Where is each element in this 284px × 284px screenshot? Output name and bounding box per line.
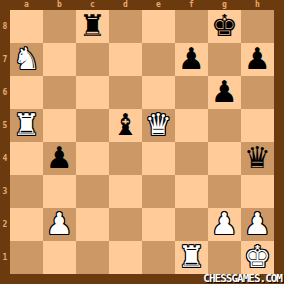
file-label-a: a bbox=[10, 0, 43, 10]
square-b4: ♟ bbox=[43, 142, 76, 175]
square-e5: ♛ bbox=[142, 109, 175, 142]
square-d5: ♝ bbox=[109, 109, 142, 142]
square-a7: ♞ bbox=[10, 43, 43, 76]
square-h6 bbox=[241, 76, 274, 109]
square-e4 bbox=[142, 142, 175, 175]
square-g4 bbox=[208, 142, 241, 175]
square-b2: ♟ bbox=[43, 208, 76, 241]
square-g7 bbox=[208, 43, 241, 76]
square-c8: ♜ bbox=[76, 10, 109, 43]
square-d3 bbox=[109, 175, 142, 208]
square-c6 bbox=[76, 76, 109, 109]
square-g6: ♟ bbox=[208, 76, 241, 109]
piece-white-pawn: ♟ bbox=[244, 207, 271, 240]
file-label-d: d bbox=[109, 0, 142, 10]
piece-black-pawn: ♟ bbox=[178, 42, 205, 75]
piece-white-rook: ♜ bbox=[178, 240, 205, 273]
file-label-e: e bbox=[142, 0, 175, 10]
square-b3 bbox=[43, 175, 76, 208]
square-c2 bbox=[76, 208, 109, 241]
square-h3 bbox=[241, 175, 274, 208]
square-f2 bbox=[175, 208, 208, 241]
rank-label-7: 7 bbox=[0, 43, 10, 76]
square-d4 bbox=[109, 142, 142, 175]
piece-white-knight: ♞ bbox=[13, 42, 40, 75]
square-a8 bbox=[10, 10, 43, 43]
square-b6 bbox=[43, 76, 76, 109]
chess-board: ♜♚♞♟♟♟♜♝♛♟♛♟♟♟♜♚ bbox=[10, 10, 274, 274]
square-e2 bbox=[142, 208, 175, 241]
square-h2: ♟ bbox=[241, 208, 274, 241]
square-a5: ♜ bbox=[10, 109, 43, 142]
square-b5 bbox=[43, 109, 76, 142]
square-c4 bbox=[76, 142, 109, 175]
rank-label-2: 2 bbox=[0, 208, 10, 241]
square-f4 bbox=[175, 142, 208, 175]
piece-black-pawn: ♟ bbox=[46, 141, 73, 174]
square-b7 bbox=[43, 43, 76, 76]
rank-label-8: 8 bbox=[0, 10, 10, 43]
square-f7: ♟ bbox=[175, 43, 208, 76]
square-e7 bbox=[142, 43, 175, 76]
rank-label-1: 1 bbox=[0, 241, 10, 274]
piece-black-queen: ♛ bbox=[244, 141, 271, 174]
chess-board-frame: abcdefgh 87654321 ♜♚♞♟♟♟♜♝♛♟♛♟♟♟♜♚ CHESS… bbox=[0, 0, 284, 284]
watermark: CHESSGAMES.COM bbox=[203, 273, 282, 284]
square-g2: ♟ bbox=[208, 208, 241, 241]
piece-white-king: ♚ bbox=[244, 240, 271, 273]
square-f5 bbox=[175, 109, 208, 142]
square-d7 bbox=[109, 43, 142, 76]
square-a1 bbox=[10, 241, 43, 274]
square-a3 bbox=[10, 175, 43, 208]
square-h4: ♛ bbox=[241, 142, 274, 175]
square-a6 bbox=[10, 76, 43, 109]
rank-label-3: 3 bbox=[0, 175, 10, 208]
square-h5 bbox=[241, 109, 274, 142]
square-g8: ♚ bbox=[208, 10, 241, 43]
square-f1: ♜ bbox=[175, 241, 208, 274]
square-c1 bbox=[76, 241, 109, 274]
square-d2 bbox=[109, 208, 142, 241]
square-a4 bbox=[10, 142, 43, 175]
square-d8 bbox=[109, 10, 142, 43]
piece-black-bishop: ♝ bbox=[112, 108, 139, 141]
file-label-b: b bbox=[43, 0, 76, 10]
piece-black-pawn: ♟ bbox=[244, 42, 271, 75]
rank-label-6: 6 bbox=[0, 76, 10, 109]
square-e8 bbox=[142, 10, 175, 43]
piece-white-pawn: ♟ bbox=[46, 207, 73, 240]
square-e6 bbox=[142, 76, 175, 109]
square-f8 bbox=[175, 10, 208, 43]
piece-black-pawn: ♟ bbox=[211, 75, 238, 108]
piece-black-rook: ♜ bbox=[79, 9, 106, 42]
piece-white-queen: ♛ bbox=[145, 108, 172, 141]
square-d1 bbox=[109, 241, 142, 274]
square-b1 bbox=[43, 241, 76, 274]
square-h1: ♚ bbox=[241, 241, 274, 274]
square-g5 bbox=[208, 109, 241, 142]
piece-white-pawn: ♟ bbox=[211, 207, 238, 240]
square-e3 bbox=[142, 175, 175, 208]
square-g3 bbox=[208, 175, 241, 208]
file-label-h: h bbox=[241, 0, 274, 10]
square-c7 bbox=[76, 43, 109, 76]
square-a2 bbox=[10, 208, 43, 241]
square-c5 bbox=[76, 109, 109, 142]
rank-label-5: 5 bbox=[0, 109, 10, 142]
rank-label-4: 4 bbox=[0, 142, 10, 175]
square-d6 bbox=[109, 76, 142, 109]
square-b8 bbox=[43, 10, 76, 43]
square-h7: ♟ bbox=[241, 43, 274, 76]
square-c3 bbox=[76, 175, 109, 208]
piece-black-king: ♚ bbox=[211, 9, 238, 42]
square-h8 bbox=[241, 10, 274, 43]
piece-white-rook: ♜ bbox=[13, 108, 40, 141]
square-g1 bbox=[208, 241, 241, 274]
square-e1 bbox=[142, 241, 175, 274]
square-f3 bbox=[175, 175, 208, 208]
file-label-f: f bbox=[175, 0, 208, 10]
square-f6 bbox=[175, 76, 208, 109]
rank-labels: 87654321 bbox=[0, 10, 10, 274]
